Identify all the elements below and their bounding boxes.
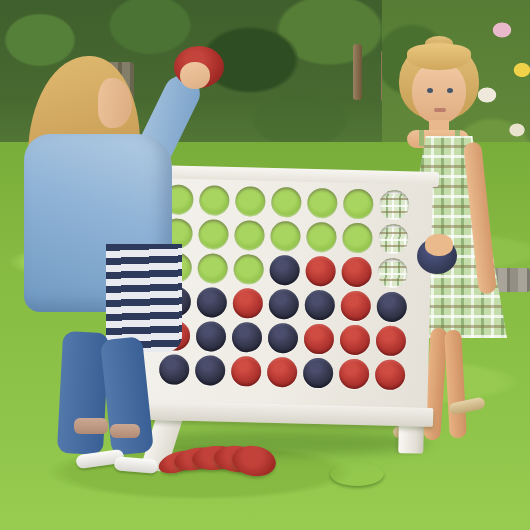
right-child-bangs	[407, 44, 471, 70]
right-child-mouth	[434, 108, 446, 112]
board-cell-r6c4[interactable]	[264, 355, 301, 390]
red-disc	[305, 256, 336, 287]
board-cell-r6c7[interactable]	[372, 357, 409, 392]
board-cell-r1c4[interactable]	[268, 185, 305, 220]
right-child-face	[412, 62, 466, 124]
empty-hole	[343, 189, 374, 220]
left-child-sandal	[113, 456, 158, 474]
board-cell-r3c7[interactable]	[374, 255, 411, 290]
board-cell-r1c6[interactable]	[340, 187, 377, 222]
navy-disc	[330, 462, 384, 486]
red-disc	[267, 357, 298, 388]
board-cell-r3c4[interactable]	[266, 253, 303, 288]
board-cell-r2c7[interactable]	[375, 221, 412, 256]
empty-hole	[306, 222, 337, 253]
navy-disc	[376, 292, 407, 323]
red-disc-pile	[158, 442, 278, 482]
board-cell-r1c7[interactable]	[376, 187, 413, 222]
jeans-cuff	[74, 418, 108, 434]
garden-scene	[0, 0, 530, 530]
red-disc	[340, 325, 371, 356]
right-child-leg	[444, 330, 467, 439]
board-cell-r4c5[interactable]	[301, 288, 338, 323]
left-child-hand	[180, 62, 210, 89]
left-child-striped-dress	[106, 244, 182, 352]
board-cell-r5c4[interactable]	[265, 321, 302, 356]
left-child	[18, 46, 238, 486]
navy-disc-stack	[328, 462, 386, 510]
red-disc	[340, 291, 371, 322]
empty-hole	[342, 223, 373, 254]
board-cell-r3c5[interactable]	[302, 254, 339, 289]
board-cell-r5c5[interactable]	[301, 322, 338, 357]
right-child-eye	[427, 88, 433, 93]
left-child-face	[98, 78, 132, 128]
jeans-cuff	[110, 424, 140, 438]
right-child-eye	[447, 88, 453, 93]
board-cell-r5c6[interactable]	[337, 323, 374, 358]
board-cell-r2c5[interactable]	[303, 220, 340, 255]
navy-disc	[303, 358, 334, 389]
red-disc	[339, 359, 370, 390]
empty-hole	[234, 220, 265, 251]
empty-hole	[270, 221, 301, 252]
empty-hole	[379, 190, 410, 221]
wooden-post	[353, 44, 362, 100]
navy-disc	[268, 323, 299, 354]
red-disc	[341, 257, 372, 288]
board-cell-r5c7[interactable]	[373, 323, 410, 358]
empty-hole	[377, 258, 408, 289]
empty-hole	[307, 188, 338, 219]
board-cell-r4c6[interactable]	[337, 289, 374, 324]
empty-hole	[235, 186, 266, 217]
red-disc	[375, 359, 406, 390]
right-child-hand	[425, 234, 453, 256]
board-cell-r3c6[interactable]	[338, 255, 375, 290]
board-cell-r6c5[interactable]	[300, 356, 337, 391]
navy-disc	[269, 255, 300, 286]
empty-hole	[378, 224, 409, 255]
board-cell-r4c4[interactable]	[265, 287, 302, 322]
board-cell-r2c4[interactable]	[267, 219, 304, 254]
navy-disc	[304, 290, 335, 321]
board-cell-r6c6[interactable]	[336, 357, 373, 392]
navy-disc	[268, 289, 299, 320]
board-cell-r1c5[interactable]	[304, 186, 341, 221]
board-cell-r4c7[interactable]	[373, 289, 410, 324]
red-disc	[304, 324, 335, 355]
empty-hole	[271, 187, 302, 218]
red-disc	[376, 326, 407, 357]
board-cell-r2c6[interactable]	[339, 221, 376, 256]
dress-strap	[419, 130, 424, 146]
